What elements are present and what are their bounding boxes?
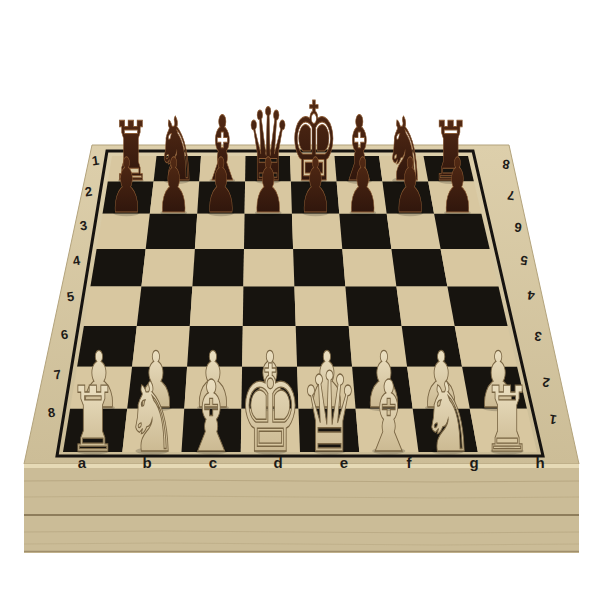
square-c4 xyxy=(192,249,244,287)
square-g5 xyxy=(396,287,454,326)
square-f5 xyxy=(345,287,401,326)
piece-dark-pawn-h2: ♟ xyxy=(440,143,474,230)
product-photo: abcdefgh1234567887654321♜♞♝♛♚♝♞♜♟♟♟♟♟♟♟♟… xyxy=(0,0,600,600)
piece-dark-pawn-g2: ♟ xyxy=(393,143,427,230)
piece-dark-pawn-b2: ♟ xyxy=(157,143,191,230)
piece-light-knight-g8: ♞ xyxy=(422,360,473,473)
piece-light-rook-a8: ♜ xyxy=(69,366,117,472)
square-g4 xyxy=(391,249,447,287)
piece-dark-pawn-c2: ♟ xyxy=(204,143,238,230)
square-d5 xyxy=(243,287,296,326)
file-label-h: h xyxy=(535,454,544,471)
square-a4 xyxy=(90,249,145,287)
piece-light-king-d8: ♚ xyxy=(239,338,303,478)
square-c5 xyxy=(190,287,244,326)
square-a5 xyxy=(84,287,141,326)
piece-dark-pawn-f2: ♟ xyxy=(346,143,380,230)
square-h4 xyxy=(441,249,499,287)
square-b4 xyxy=(141,249,195,287)
piece-light-bishop-f8: ♝ xyxy=(363,359,415,474)
piece-light-rook-h8: ♜ xyxy=(483,366,531,472)
piece-dark-pawn-a2: ♟ xyxy=(109,143,143,230)
square-f4 xyxy=(342,249,396,287)
square-e5 xyxy=(294,287,348,326)
chess-set-photo: abcdefgh1234567887654321♜♞♝♛♚♝♞♜♟♟♟♟♟♟♟♟… xyxy=(0,0,600,600)
piece-dark-pawn-d2: ♟ xyxy=(251,143,285,230)
piece-light-knight-b8: ♞ xyxy=(127,360,178,473)
square-h5 xyxy=(447,287,507,326)
piece-light-queen-e8: ♛ xyxy=(300,348,358,476)
square-d4 xyxy=(243,249,294,287)
square-b5 xyxy=(137,287,193,326)
piece-light-bishop-c8: ♝ xyxy=(185,359,237,474)
square-e4 xyxy=(293,249,345,287)
piece-dark-pawn-e2: ♟ xyxy=(299,143,333,230)
